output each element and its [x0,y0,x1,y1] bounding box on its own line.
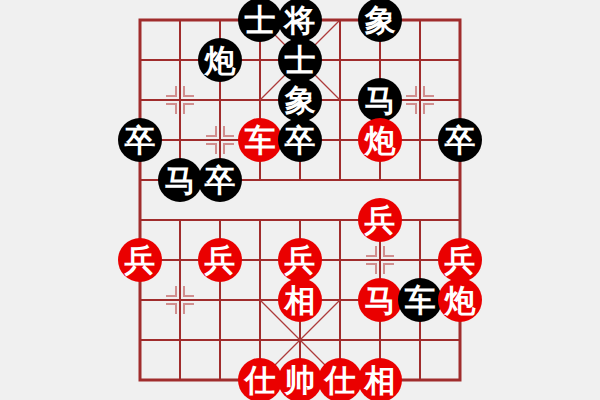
point-6-4[interactable] [320,120,360,160]
point-5-9[interactable] [280,320,320,360]
point-6-2[interactable] [320,40,360,80]
piece-red-advisor[interactable]: 仕 [238,358,282,400]
piece-red-elephant[interactable]: 相 [358,358,402,400]
piece-black-cannon[interactable]: 炮 [198,38,242,82]
piece-black-advisor[interactable]: 士 [278,38,322,82]
piece-red-soldier[interactable]: 兵 [438,238,482,282]
point-9-6[interactable] [440,200,480,240]
point-6-7[interactable] [320,240,360,280]
point-7-9[interactable] [360,320,400,360]
point-1-3[interactable] [120,80,160,120]
piece-black-soldier[interactable]: 卒 [438,118,482,162]
piece-red-soldier[interactable]: 兵 [278,238,322,282]
xiangqi-board: 士将象炮士象马卒车卒炮卒马卒兵兵兵兵兵相马车炮仕帅仕相 [0,0,600,400]
point-3-3[interactable] [200,80,240,120]
point-1-8[interactable] [120,280,160,320]
point-8-1[interactable] [400,0,440,40]
point-3-9[interactable] [200,320,240,360]
point-2-1[interactable] [160,0,200,40]
point-4-3[interactable] [240,80,280,120]
piece-red-soldier[interactable]: 兵 [198,238,242,282]
point-9-2[interactable] [440,40,480,80]
point-1-5[interactable] [120,160,160,200]
point-2-8[interactable] [160,280,200,320]
point-8-2[interactable] [400,40,440,80]
piece-red-chariot[interactable]: 车 [238,118,282,162]
piece-black-chariot[interactable]: 车 [398,278,442,322]
point-5-6[interactable] [280,200,320,240]
point-2-3[interactable] [160,80,200,120]
point-2-6[interactable] [160,200,200,240]
point-6-9[interactable] [320,320,360,360]
point-1-9[interactable] [120,320,160,360]
board-grid: 士将象炮士象马卒车卒炮卒马卒兵兵兵兵兵相马车炮仕帅仕相 [120,0,480,400]
point-8-7[interactable] [400,240,440,280]
point-4-2[interactable] [240,40,280,80]
piece-black-soldier[interactable]: 卒 [278,118,322,162]
point-2-2[interactable] [160,40,200,80]
piece-black-general[interactable]: 将 [278,0,322,42]
point-9-5[interactable] [440,160,480,200]
piece-red-cannon[interactable]: 炮 [358,118,402,162]
point-4-5[interactable] [240,160,280,200]
piece-black-elephant[interactable]: 象 [358,0,402,42]
point-1-6[interactable] [120,200,160,240]
point-8-6[interactable] [400,200,440,240]
point-8-5[interactable] [400,160,440,200]
piece-red-elephant[interactable]: 相 [278,278,322,322]
point-8-4[interactable] [400,120,440,160]
point-2-9[interactable] [160,320,200,360]
piece-black-soldier[interactable]: 卒 [118,118,162,162]
point-3-8[interactable] [200,280,240,320]
piece-red-general[interactable]: 帅 [278,358,322,400]
point-1-10[interactable] [120,360,160,400]
piece-red-cannon[interactable]: 炮 [438,278,482,322]
piece-black-horse[interactable]: 马 [358,78,402,122]
point-2-10[interactable] [160,360,200,400]
point-3-6[interactable] [200,200,240,240]
point-2-7[interactable] [160,240,200,280]
point-4-7[interactable] [240,240,280,280]
piece-red-soldier[interactable]: 兵 [118,238,162,282]
piece-black-elephant[interactable]: 象 [278,78,322,122]
point-4-8[interactable] [240,280,280,320]
point-4-6[interactable] [240,200,280,240]
point-6-6[interactable] [320,200,360,240]
piece-black-soldier[interactable]: 卒 [198,158,242,202]
point-3-1[interactable] [200,0,240,40]
piece-black-advisor[interactable]: 士 [238,0,282,42]
point-8-3[interactable] [400,80,440,120]
point-8-9[interactable] [400,320,440,360]
point-8-10[interactable] [400,360,440,400]
point-3-10[interactable] [200,360,240,400]
piece-red-advisor[interactable]: 仕 [318,358,362,400]
point-9-9[interactable] [440,320,480,360]
piece-red-soldier[interactable]: 兵 [358,198,402,242]
point-5-5[interactable] [280,160,320,200]
piece-red-horse[interactable]: 马 [358,278,402,322]
point-2-4[interactable] [160,120,200,160]
point-6-5[interactable] [320,160,360,200]
piece-black-horse[interactable]: 马 [158,158,202,202]
point-1-1[interactable] [120,0,160,40]
point-1-2[interactable] [120,40,160,80]
point-9-1[interactable] [440,0,480,40]
point-9-3[interactable] [440,80,480,120]
point-6-3[interactable] [320,80,360,120]
point-6-1[interactable] [320,0,360,40]
point-7-7[interactable] [360,240,400,280]
point-6-8[interactable] [320,280,360,320]
point-7-2[interactable] [360,40,400,80]
point-9-10[interactable] [440,360,480,400]
point-7-5[interactable] [360,160,400,200]
point-3-4[interactable] [200,120,240,160]
point-4-9[interactable] [240,320,280,360]
